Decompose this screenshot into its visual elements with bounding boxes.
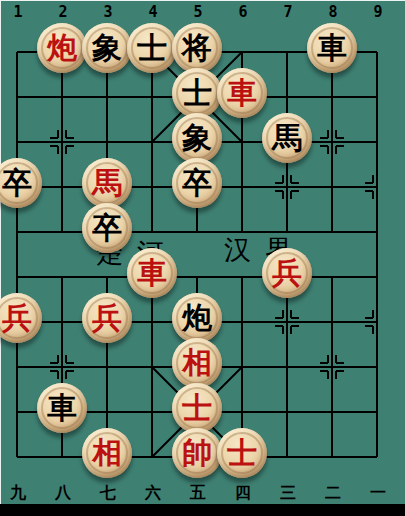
piece-glyph: 相 <box>82 428 132 478</box>
piece-red-cannon[interactable]: 炮 <box>37 23 87 73</box>
piece-glyph: 相 <box>172 338 222 388</box>
piece-glyph: 炮 <box>37 23 87 73</box>
file-label-bottom-5: 五 <box>190 483 206 504</box>
file-label-top-2: 2 <box>58 3 67 21</box>
piece-glyph: 帥 <box>172 428 222 478</box>
xiangqi-board-window: 123456789 九八七六五四三二一 楚河 汉界 炮象士将車士車象馬卒馬卒卒車… <box>0 0 405 516</box>
piece-glyph: 兵 <box>82 293 132 343</box>
piece-glyph: 車 <box>37 383 87 433</box>
piece-black-chariot[interactable]: 車 <box>307 23 357 73</box>
file-label-bottom-6: 四 <box>235 483 251 504</box>
file-label-bottom-4: 六 <box>145 483 161 504</box>
file-label-bottom-7: 三 <box>280 483 296 504</box>
piece-black-soldier[interactable]: 卒 <box>82 203 132 253</box>
piece-black-soldier[interactable]: 卒 <box>0 158 42 208</box>
piece-glyph: 卒 <box>82 203 132 253</box>
piece-glyph: 兵 <box>262 248 312 298</box>
piece-red-soldier[interactable]: 兵 <box>0 293 42 343</box>
piece-glyph: 車 <box>217 68 267 118</box>
piece-glyph: 象 <box>82 23 132 73</box>
piece-glyph: 士 <box>172 383 222 433</box>
piece-glyph: 車 <box>127 248 177 298</box>
file-label-bottom-8: 二 <box>325 483 341 504</box>
piece-glyph: 士 <box>127 23 177 73</box>
file-label-top-4: 4 <box>148 3 157 21</box>
piece-black-horse[interactable]: 馬 <box>262 113 312 163</box>
piece-glyph: 将 <box>172 23 222 73</box>
piece-red-elephant[interactable]: 相 <box>172 338 222 388</box>
piece-red-chariot[interactable]: 車 <box>127 248 177 298</box>
piece-red-chariot[interactable]: 車 <box>217 68 267 118</box>
piece-black-advisor[interactable]: 士 <box>127 23 177 73</box>
file-label-bottom-9: 一 <box>370 483 386 504</box>
file-label-top-1: 1 <box>13 3 22 21</box>
piece-glyph: 卒 <box>0 158 42 208</box>
piece-red-horse[interactable]: 馬 <box>82 158 132 208</box>
file-label-bottom-1: 九 <box>10 483 26 504</box>
piece-black-elephant[interactable]: 象 <box>82 23 132 73</box>
piece-glyph: 車 <box>307 23 357 73</box>
file-label-top-3: 3 <box>103 3 112 21</box>
file-label-top-7: 7 <box>283 3 292 21</box>
file-label-top-5: 5 <box>193 3 202 21</box>
piece-black-advisor[interactable]: 士 <box>172 68 222 118</box>
piece-glyph: 象 <box>172 113 222 163</box>
file-label-top-6: 6 <box>238 3 247 21</box>
piece-glyph: 炮 <box>172 293 222 343</box>
piece-red-soldier[interactable]: 兵 <box>82 293 132 343</box>
piece-glyph: 兵 <box>0 293 42 343</box>
piece-glyph: 士 <box>172 68 222 118</box>
piece-glyph: 馬 <box>82 158 132 208</box>
piece-red-general[interactable]: 帥 <box>172 428 222 478</box>
file-label-bottom-2: 八 <box>55 483 71 504</box>
piece-red-advisor[interactable]: 士 <box>172 383 222 433</box>
piece-black-soldier[interactable]: 卒 <box>172 158 222 208</box>
piece-red-advisor[interactable]: 士 <box>217 428 267 478</box>
piece-glyph: 馬 <box>262 113 312 163</box>
piece-red-elephant[interactable]: 相 <box>82 428 132 478</box>
piece-black-chariot[interactable]: 車 <box>37 383 87 433</box>
file-label-top-8: 8 <box>328 3 337 21</box>
piece-black-cannon[interactable]: 炮 <box>172 293 222 343</box>
piece-black-elephant[interactable]: 象 <box>172 113 222 163</box>
bottom-frame-bar <box>0 504 405 516</box>
file-label-bottom-3: 七 <box>100 483 116 504</box>
piece-glyph: 士 <box>217 428 267 478</box>
piece-glyph: 卒 <box>172 158 222 208</box>
file-label-top-9: 9 <box>373 3 382 21</box>
piece-black-general[interactable]: 将 <box>172 23 222 73</box>
piece-red-soldier[interactable]: 兵 <box>262 248 312 298</box>
